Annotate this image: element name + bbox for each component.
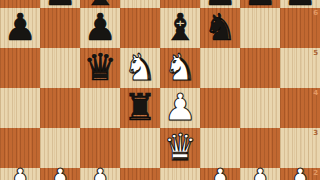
square-e6[interactable]: ♝ xyxy=(160,8,200,48)
chess-board: ♟♝♟♟♟♟♟♝♞6♛♞♞5♜♟4♛3♟♟♟♟♟♟2 xyxy=(0,0,320,180)
square-c5[interactable]: ♛ xyxy=(80,48,120,88)
square-d6[interactable] xyxy=(120,8,160,48)
black-queen-c5[interactable]: ♛ xyxy=(80,48,120,88)
black-rook-d4[interactable]: ♜ xyxy=(120,88,160,128)
rank-label-5: 5 xyxy=(313,49,318,57)
rank-label-3: 3 xyxy=(313,129,318,137)
square-c6[interactable]: ♟ xyxy=(80,8,120,48)
white-pawn-g2[interactable]: ♟ xyxy=(240,163,280,180)
square-d4[interactable]: ♜ xyxy=(120,88,160,128)
square-f2[interactable]: ♟ xyxy=(200,168,240,180)
square-g4[interactable] xyxy=(240,88,280,128)
square-c2[interactable]: ♟ xyxy=(80,168,120,180)
square-h4[interactable]: 4 xyxy=(280,88,320,128)
square-g6[interactable] xyxy=(240,8,280,48)
square-e4[interactable]: ♟ xyxy=(160,88,200,128)
white-knight-d5[interactable]: ♞ xyxy=(120,48,160,88)
square-h5[interactable]: 5 xyxy=(280,48,320,88)
square-b7[interactable]: ♟ xyxy=(40,0,80,8)
square-e3[interactable]: ♛ xyxy=(160,128,200,168)
white-pawn-a2[interactable]: ♟ xyxy=(0,163,40,180)
square-d7[interactable] xyxy=(120,0,160,8)
square-e2[interactable] xyxy=(160,168,200,180)
square-e5[interactable]: ♞ xyxy=(160,48,200,88)
square-g2[interactable]: ♟ xyxy=(240,168,280,180)
black-pawn-c6[interactable]: ♟ xyxy=(80,8,120,48)
rank-label-6: 6 xyxy=(313,9,318,17)
rank-label-4: 4 xyxy=(313,89,318,97)
white-knight-e5[interactable]: ♞ xyxy=(160,48,200,88)
square-a2[interactable]: ♟ xyxy=(0,168,40,180)
white-pawn-b2[interactable]: ♟ xyxy=(40,163,80,180)
square-b4[interactable] xyxy=(40,88,80,128)
square-h2[interactable]: ♟2 xyxy=(280,168,320,180)
white-pawn-c2[interactable]: ♟ xyxy=(80,163,120,180)
chess-board-viewport: ♟♝♟♟♟♟♟♝♞6♛♞♞5♜♟4♛3♟♟♟♟♟♟2 xyxy=(0,0,320,180)
square-d5[interactable]: ♞ xyxy=(120,48,160,88)
square-a4[interactable] xyxy=(0,88,40,128)
white-pawn-e4[interactable]: ♟ xyxy=(160,88,200,128)
white-queen-e3[interactable]: ♛ xyxy=(160,128,200,168)
square-b5[interactable] xyxy=(40,48,80,88)
square-b6[interactable] xyxy=(40,8,80,48)
square-d3[interactable] xyxy=(120,128,160,168)
square-a6[interactable]: ♟ xyxy=(0,8,40,48)
square-h7[interactable]: ♟ xyxy=(280,0,320,8)
square-f5[interactable] xyxy=(200,48,240,88)
black-knight-f6[interactable]: ♞ xyxy=(200,8,240,48)
square-d2[interactable] xyxy=(120,168,160,180)
square-b2[interactable]: ♟ xyxy=(40,168,80,180)
rank-label-2: 2 xyxy=(313,169,318,177)
square-g5[interactable] xyxy=(240,48,280,88)
square-f6[interactable]: ♞ xyxy=(200,8,240,48)
square-f4[interactable] xyxy=(200,88,240,128)
black-pawn-a6[interactable]: ♟ xyxy=(0,8,40,48)
square-h6[interactable]: 6 xyxy=(280,8,320,48)
square-c4[interactable] xyxy=(80,88,120,128)
white-pawn-f2[interactable]: ♟ xyxy=(200,163,240,180)
black-bishop-e6[interactable]: ♝ xyxy=(160,8,200,48)
square-g7[interactable]: ♟ xyxy=(240,0,280,8)
square-a5[interactable] xyxy=(0,48,40,88)
